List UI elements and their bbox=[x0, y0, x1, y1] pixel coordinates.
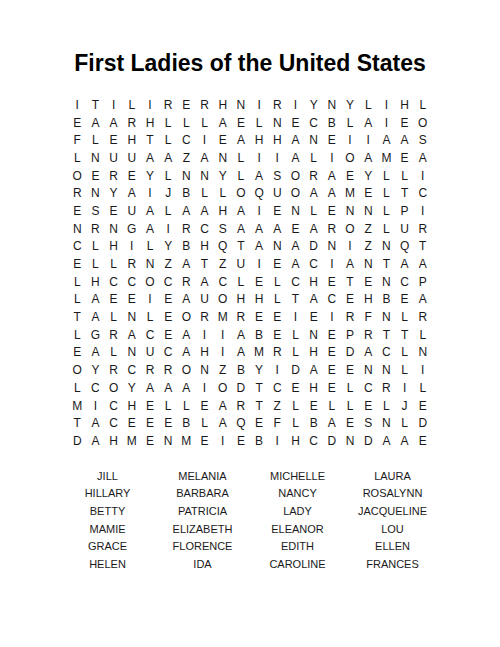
grid-cell-r13c4: N bbox=[123, 308, 141, 326]
grid-cell-r19c3: C bbox=[105, 414, 123, 432]
grid-cell-r14c17: R bbox=[359, 326, 377, 344]
grid-cell-r3c19: A bbox=[396, 131, 414, 149]
grid-cell-r5c6: L bbox=[159, 167, 177, 185]
grid-cell-r5c17: Y bbox=[359, 167, 377, 185]
grid-cell-r19c17: S bbox=[359, 414, 377, 432]
grid-cell-r12c17: H bbox=[359, 291, 377, 309]
grid-cell-r19c19: L bbox=[396, 414, 414, 432]
grid-cell-r15c1: E bbox=[68, 344, 86, 362]
grid-cell-r13c18: N bbox=[377, 308, 395, 326]
grid-cell-r11c14: H bbox=[305, 273, 323, 291]
grid-cell-r2c4: R bbox=[123, 114, 141, 132]
grid-cell-r11c3: C bbox=[105, 273, 123, 291]
grid-cell-r3c5: T bbox=[141, 131, 159, 149]
grid-cell-r7c14: L bbox=[305, 202, 323, 220]
grid-cell-r3c2: L bbox=[86, 131, 104, 149]
grid-cell-r12c8: U bbox=[195, 291, 213, 309]
grid-cell-r3c13: A bbox=[286, 131, 304, 149]
word-item-laura: LAURA bbox=[345, 467, 440, 485]
grid-cell-r6c17: E bbox=[359, 184, 377, 202]
grid-cell-r13c19: L bbox=[396, 308, 414, 326]
grid-cell-r17c9: O bbox=[214, 379, 232, 397]
grid-cell-r5c4: E bbox=[123, 167, 141, 185]
word-item-ida: IDA bbox=[155, 555, 250, 573]
grid-cell-r12c13: T bbox=[286, 291, 304, 309]
grid-cell-r13c2: A bbox=[86, 308, 104, 326]
grid-cell-r3c3: E bbox=[105, 131, 123, 149]
grid-cell-r8c8: C bbox=[195, 220, 213, 238]
grid-cell-r8c12: A bbox=[268, 220, 286, 238]
grid-cell-r20c14: C bbox=[305, 432, 323, 450]
grid-cell-r10c16: A bbox=[341, 255, 359, 273]
grid-cell-r10c12: E bbox=[268, 255, 286, 273]
grid-cell-r18c15: L bbox=[323, 397, 341, 415]
grid-cell-r20c19: A bbox=[396, 432, 414, 450]
grid-cell-r20c11: B bbox=[250, 432, 268, 450]
grid-cell-r3c17: I bbox=[359, 131, 377, 149]
grid-cell-r3c15: E bbox=[323, 131, 341, 149]
grid-cell-r5c18: L bbox=[377, 167, 395, 185]
grid-cell-r19c15: A bbox=[323, 414, 341, 432]
grid-cell-r9c3: H bbox=[105, 238, 123, 256]
word-item-lou: LOU bbox=[345, 520, 440, 538]
grid-cell-r19c11: E bbox=[250, 414, 268, 432]
grid-cell-r13c12: E bbox=[268, 308, 286, 326]
grid-cell-r11c10: L bbox=[232, 273, 250, 291]
grid-cell-r19c10: Q bbox=[232, 414, 250, 432]
grid-cell-r8c17: Z bbox=[359, 220, 377, 238]
grid-cell-r15c15: E bbox=[323, 344, 341, 362]
grid-cell-r4c4: U bbox=[123, 149, 141, 167]
grid-cell-r10c11: I bbox=[250, 255, 268, 273]
grid-cell-r14c12: E bbox=[268, 326, 286, 344]
grid-cell-r16c7: O bbox=[177, 361, 195, 379]
grid-cell-r9c6: Y bbox=[159, 238, 177, 256]
grid-cell-r19c1: T bbox=[68, 414, 86, 432]
word-item-barbara: BARBARA bbox=[155, 485, 250, 503]
grid-cell-r1c7: E bbox=[177, 96, 195, 114]
grid-cell-r17c2: C bbox=[86, 379, 104, 397]
grid-cell-r5c8: N bbox=[195, 167, 213, 185]
grid-cell-r7c6: L bbox=[159, 202, 177, 220]
grid-cell-r4c11: I bbox=[250, 149, 268, 167]
grid-cell-r15c11: M bbox=[250, 344, 268, 362]
grid-cell-r12c6: E bbox=[159, 291, 177, 309]
grid-cell-r10c17: N bbox=[359, 255, 377, 273]
grid-cell-r18c20: E bbox=[414, 397, 432, 415]
grid-cell-r14c6: E bbox=[159, 326, 177, 344]
grid-cell-r9c16: I bbox=[341, 238, 359, 256]
grid-cell-r14c8: I bbox=[195, 326, 213, 344]
grid-cell-r1c2: T bbox=[86, 96, 104, 114]
grid-cell-r16c17: N bbox=[359, 361, 377, 379]
grid-cell-r8c2: R bbox=[86, 220, 104, 238]
grid-cell-r9c11: A bbox=[250, 238, 268, 256]
grid-cell-r19c18: N bbox=[377, 414, 395, 432]
grid-cell-r3c6: L bbox=[159, 131, 177, 149]
grid-cell-r12c12: L bbox=[268, 291, 286, 309]
grid-cell-r5c5: Y bbox=[141, 167, 159, 185]
grid-cell-r7c9: H bbox=[214, 202, 232, 220]
grid-cell-r6c2: N bbox=[86, 184, 104, 202]
grid-cell-r18c10: R bbox=[232, 397, 250, 415]
grid-cell-r13c8: R bbox=[195, 308, 213, 326]
grid-cell-r9c19: Q bbox=[396, 238, 414, 256]
grid-cell-r15c6: C bbox=[159, 344, 177, 362]
grid-cell-r8c7: R bbox=[177, 220, 195, 238]
grid-cell-r5c10: L bbox=[232, 167, 250, 185]
grid-cell-r7c7: A bbox=[177, 202, 195, 220]
grid-cell-r15c10: A bbox=[232, 344, 250, 362]
grid-cell-r11c9: C bbox=[214, 273, 232, 291]
grid-cell-r9c15: N bbox=[323, 238, 341, 256]
word-item-jacqueline: JACQUELINE bbox=[345, 502, 440, 520]
grid-cell-r4c13: A bbox=[286, 149, 304, 167]
grid-cell-r8c5: A bbox=[141, 220, 159, 238]
grid-cell-r7c13: N bbox=[286, 202, 304, 220]
grid-cell-r19c20: D bbox=[414, 414, 432, 432]
grid-cell-r20c13: H bbox=[286, 432, 304, 450]
grid-cell-r16c12: I bbox=[268, 361, 286, 379]
grid-cell-r8c18: L bbox=[377, 220, 395, 238]
page-title: First Ladies of the United States bbox=[0, 50, 500, 77]
grid-cell-r7c20: I bbox=[414, 202, 432, 220]
grid-cell-r11c5: O bbox=[141, 273, 159, 291]
grid-cell-r12c3: E bbox=[105, 291, 123, 309]
grid-cell-r19c16: E bbox=[341, 414, 359, 432]
grid-cell-r10c15: I bbox=[323, 255, 341, 273]
grid-cell-r18c1: M bbox=[68, 397, 86, 415]
grid-cell-r14c2: G bbox=[86, 326, 104, 344]
grid-cell-r1c6: R bbox=[159, 96, 177, 114]
grid-cell-r3c7: C bbox=[177, 131, 195, 149]
grid-cell-r12c16: E bbox=[341, 291, 359, 309]
grid-cell-r11c11: E bbox=[250, 273, 268, 291]
word-item-caroline: CAROLINE bbox=[250, 555, 345, 573]
grid-cell-r17c4: Y bbox=[123, 379, 141, 397]
grid-cell-r17c14: H bbox=[305, 379, 323, 397]
grid-cell-r20c7: M bbox=[177, 432, 195, 450]
grid-cell-r11c7: R bbox=[177, 273, 195, 291]
grid-cell-r5c2: E bbox=[86, 167, 104, 185]
grid-cell-r10c9: Z bbox=[214, 255, 232, 273]
grid-cell-r18c14: E bbox=[305, 397, 323, 415]
grid-cell-r15c8: H bbox=[195, 344, 213, 362]
letter-grid: ITILIRERHNIRIYNYLIHLEAARHLLLAELNECBLAIEO… bbox=[68, 96, 432, 450]
word-item-ellen: ELLEN bbox=[345, 537, 440, 555]
grid-cell-r14c4: A bbox=[123, 326, 141, 344]
grid-cell-r16c19: L bbox=[396, 361, 414, 379]
grid-cell-r10c4: R bbox=[123, 255, 141, 273]
grid-cell-r8c13: E bbox=[286, 220, 304, 238]
grid-cell-r2c16: L bbox=[341, 114, 359, 132]
grid-cell-r20c10: E bbox=[232, 432, 250, 450]
grid-cell-r16c15: E bbox=[323, 361, 341, 379]
grid-cell-r11c12: L bbox=[268, 273, 286, 291]
grid-cell-r4c7: Z bbox=[177, 149, 195, 167]
grid-cell-r17c20: L bbox=[414, 379, 432, 397]
grid-cell-r18c6: L bbox=[159, 397, 177, 415]
grid-cell-r10c10: U bbox=[232, 255, 250, 273]
grid-cell-r15c5: U bbox=[141, 344, 159, 362]
grid-cell-r1c8: R bbox=[195, 96, 213, 114]
grid-cell-r9c14: D bbox=[305, 238, 323, 256]
grid-cell-r3c18: A bbox=[377, 131, 395, 149]
grid-cell-r10c18: T bbox=[377, 255, 395, 273]
grid-cell-r5c16: E bbox=[341, 167, 359, 185]
grid-cell-r15c7: A bbox=[177, 344, 195, 362]
grid-cell-r5c20: I bbox=[414, 167, 432, 185]
grid-cell-r15c9: I bbox=[214, 344, 232, 362]
grid-cell-r8c4: G bbox=[123, 220, 141, 238]
word-item-frances: FRANCES bbox=[345, 555, 440, 573]
grid-cell-r1c18: I bbox=[377, 96, 395, 114]
grid-cell-r20c20: E bbox=[414, 432, 432, 450]
grid-cell-r16c2: Y bbox=[86, 361, 104, 379]
grid-cell-r14c15: E bbox=[323, 326, 341, 344]
grid-cell-r16c16: E bbox=[341, 361, 359, 379]
grid-cell-r6c13: O bbox=[286, 184, 304, 202]
grid-cell-r8c14: A bbox=[305, 220, 323, 238]
grid-cell-r9c12: N bbox=[268, 238, 286, 256]
grid-cell-r20c18: A bbox=[377, 432, 395, 450]
grid-cell-r20c5: E bbox=[141, 432, 159, 450]
grid-cell-r1c13: I bbox=[286, 96, 304, 114]
grid-cell-r4c6: A bbox=[159, 149, 177, 167]
grid-cell-r7c1: E bbox=[68, 202, 86, 220]
grid-cell-r12c20: A bbox=[414, 291, 432, 309]
grid-cell-r3c20: S bbox=[414, 131, 432, 149]
grid-cell-r4c8: A bbox=[195, 149, 213, 167]
grid-cell-r2c17: A bbox=[359, 114, 377, 132]
grid-cell-r6c15: A bbox=[323, 184, 341, 202]
word-item-lady: LADY bbox=[250, 502, 345, 520]
grid-cell-r8c3: N bbox=[105, 220, 123, 238]
grid-cell-r10c14: C bbox=[305, 255, 323, 273]
grid-cell-r18c3: C bbox=[105, 397, 123, 415]
grid-cell-r12c10: H bbox=[232, 291, 250, 309]
grid-cell-r18c16: L bbox=[341, 397, 359, 415]
grid-cell-r17c18: R bbox=[377, 379, 395, 397]
grid-cell-r20c9: I bbox=[214, 432, 232, 450]
grid-cell-r13c9: M bbox=[214, 308, 232, 326]
grid-cell-r7c17: N bbox=[359, 202, 377, 220]
grid-cell-r1c12: R bbox=[268, 96, 286, 114]
grid-cell-r17c8: I bbox=[195, 379, 213, 397]
grid-cell-r14c20: L bbox=[414, 326, 432, 344]
grid-cell-r9c10: T bbox=[232, 238, 250, 256]
grid-cell-r17c5: A bbox=[141, 379, 159, 397]
grid-cell-r15c4: N bbox=[123, 344, 141, 362]
grid-cell-r9c2: L bbox=[86, 238, 104, 256]
grid-cell-r1c17: L bbox=[359, 96, 377, 114]
grid-cell-r2c12: N bbox=[268, 114, 286, 132]
grid-cell-r7c18: L bbox=[377, 202, 395, 220]
grid-cell-r17c19: I bbox=[396, 379, 414, 397]
grid-cell-r13c7: O bbox=[177, 308, 195, 326]
grid-cell-r5c9: Y bbox=[214, 167, 232, 185]
grid-cell-r19c7: B bbox=[177, 414, 195, 432]
grid-cell-r7c2: S bbox=[86, 202, 104, 220]
grid-cell-r2c10: E bbox=[232, 114, 250, 132]
grid-cell-r10c8: T bbox=[195, 255, 213, 273]
grid-cell-r16c14: A bbox=[305, 361, 323, 379]
grid-cell-r4c3: U bbox=[105, 149, 123, 167]
grid-cell-r15c12: R bbox=[268, 344, 286, 362]
grid-cell-r12c14: A bbox=[305, 291, 323, 309]
grid-cell-r18c13: L bbox=[286, 397, 304, 415]
grid-cell-r11c15: E bbox=[323, 273, 341, 291]
grid-cell-r14c10: A bbox=[232, 326, 250, 344]
grid-cell-r2c1: E bbox=[68, 114, 86, 132]
grid-cell-r13c16: R bbox=[341, 308, 359, 326]
grid-cell-r9c13: A bbox=[286, 238, 304, 256]
grid-cell-r10c5: N bbox=[141, 255, 159, 273]
grid-cell-r12c9: O bbox=[214, 291, 232, 309]
grid-cell-r7c15: E bbox=[323, 202, 341, 220]
grid-cell-r16c4: C bbox=[123, 361, 141, 379]
grid-cell-r4c15: I bbox=[323, 149, 341, 167]
grid-cell-r2c6: L bbox=[159, 114, 177, 132]
grid-cell-r17c17: C bbox=[359, 379, 377, 397]
grid-cell-r9c9: Q bbox=[214, 238, 232, 256]
grid-cell-r17c6: A bbox=[159, 379, 177, 397]
grid-cell-r2c7: L bbox=[177, 114, 195, 132]
grid-cell-r18c5: E bbox=[141, 397, 159, 415]
grid-cell-r8c16: O bbox=[341, 220, 359, 238]
grid-cell-r19c12: F bbox=[268, 414, 286, 432]
grid-cell-r1c20: L bbox=[414, 96, 432, 114]
grid-cell-r15c20: N bbox=[414, 344, 432, 362]
grid-cell-r12c11: H bbox=[250, 291, 268, 309]
grid-cell-r9c1: C bbox=[68, 238, 86, 256]
grid-cell-r12c1: L bbox=[68, 291, 86, 309]
grid-cell-r14c7: A bbox=[177, 326, 195, 344]
word-item-jill: JILL bbox=[60, 467, 155, 485]
grid-cell-r17c7: A bbox=[177, 379, 195, 397]
grid-cell-r17c16: L bbox=[341, 379, 359, 397]
grid-cell-r6c10: O bbox=[232, 184, 250, 202]
grid-cell-r10c6: Z bbox=[159, 255, 177, 273]
word-item-helen: HELEN bbox=[60, 555, 155, 573]
grid-cell-r18c2: I bbox=[86, 397, 104, 415]
grid-cell-r6c3: Y bbox=[105, 184, 123, 202]
grid-cell-r20c8: E bbox=[195, 432, 213, 450]
grid-cell-r17c11: T bbox=[250, 379, 268, 397]
grid-cell-r19c2: A bbox=[86, 414, 104, 432]
grid-cell-r10c1: E bbox=[68, 255, 86, 273]
grid-cell-r13c1: T bbox=[68, 308, 86, 326]
grid-cell-r11c8: A bbox=[195, 273, 213, 291]
grid-cell-r4c17: A bbox=[359, 149, 377, 167]
grid-cell-r7c5: A bbox=[141, 202, 159, 220]
grid-cell-r6c12: U bbox=[268, 184, 286, 202]
grid-cell-r8c1: N bbox=[68, 220, 86, 238]
grid-cell-r14c5: C bbox=[141, 326, 159, 344]
grid-cell-r7c12: E bbox=[268, 202, 286, 220]
grid-cell-r4c10: L bbox=[232, 149, 250, 167]
grid-cell-r16c9: Z bbox=[214, 361, 232, 379]
grid-cell-r6c4: A bbox=[123, 184, 141, 202]
grid-cell-r16c13: D bbox=[286, 361, 304, 379]
grid-cell-r1c14: Y bbox=[305, 96, 323, 114]
grid-cell-r4c18: M bbox=[377, 149, 395, 167]
grid-cell-r17c13: E bbox=[286, 379, 304, 397]
grid-cell-r13c10: R bbox=[232, 308, 250, 326]
grid-cell-r18c9: A bbox=[214, 397, 232, 415]
grid-cell-r8c9: S bbox=[214, 220, 232, 238]
grid-cell-r6c11: Q bbox=[250, 184, 268, 202]
word-item-betty: BETTY bbox=[60, 502, 155, 520]
grid-cell-r2c19: E bbox=[396, 114, 414, 132]
grid-cell-r2c2: A bbox=[86, 114, 104, 132]
grid-cell-r2c9: A bbox=[214, 114, 232, 132]
grid-cell-r2c5: H bbox=[141, 114, 159, 132]
grid-cell-r8c15: R bbox=[323, 220, 341, 238]
grid-cell-r9c5: L bbox=[141, 238, 159, 256]
grid-cell-r14c1: L bbox=[68, 326, 86, 344]
grid-cell-r2c15: B bbox=[323, 114, 341, 132]
grid-cell-r20c2: A bbox=[86, 432, 104, 450]
grid-cell-r18c11: T bbox=[250, 397, 268, 415]
grid-cell-r7c11: I bbox=[250, 202, 268, 220]
grid-cell-r10c20: A bbox=[414, 255, 432, 273]
grid-cell-r16c11: Y bbox=[250, 361, 268, 379]
grid-cell-r17c10: D bbox=[232, 379, 250, 397]
grid-cell-r20c6: N bbox=[159, 432, 177, 450]
grid-cell-r6c6: J bbox=[159, 184, 177, 202]
grid-cell-r20c15: D bbox=[323, 432, 341, 450]
grid-cell-r2c14: C bbox=[305, 114, 323, 132]
word-item-eleanor: ELEANOR bbox=[250, 520, 345, 538]
grid-cell-r3c1: F bbox=[68, 131, 86, 149]
grid-cell-r12c19: E bbox=[396, 291, 414, 309]
grid-cell-r9c18: N bbox=[377, 238, 395, 256]
grid-cell-r5c12: S bbox=[268, 167, 286, 185]
grid-cell-r1c5: I bbox=[141, 96, 159, 114]
grid-cell-r14c14: N bbox=[305, 326, 323, 344]
grid-cell-r7c3: E bbox=[105, 202, 123, 220]
grid-cell-r3c11: H bbox=[250, 131, 268, 149]
grid-cell-r8c20: R bbox=[414, 220, 432, 238]
grid-cell-r9c4: I bbox=[123, 238, 141, 256]
grid-cell-r15c17: A bbox=[359, 344, 377, 362]
grid-cell-r13c3: L bbox=[105, 308, 123, 326]
grid-cell-r2c20: O bbox=[414, 114, 432, 132]
grid-cell-r18c18: L bbox=[377, 397, 395, 415]
grid-cell-r19c4: E bbox=[123, 414, 141, 432]
grid-cell-r14c13: L bbox=[286, 326, 304, 344]
grid-cell-r13c20: R bbox=[414, 308, 432, 326]
grid-cell-r6c8: L bbox=[195, 184, 213, 202]
grid-cell-r6c20: C bbox=[414, 184, 432, 202]
grid-cell-r12c7: A bbox=[177, 291, 195, 309]
grid-cell-r12c18: B bbox=[377, 291, 395, 309]
grid-cell-r5c15: A bbox=[323, 167, 341, 185]
grid-cell-r11c16: T bbox=[341, 273, 359, 291]
grid-cell-r19c13: L bbox=[286, 414, 304, 432]
grid-cell-r3c9: E bbox=[214, 131, 232, 149]
grid-cell-r2c18: I bbox=[377, 114, 395, 132]
grid-cell-r5c11: A bbox=[250, 167, 268, 185]
grid-cell-r13c14: E bbox=[305, 308, 323, 326]
grid-cell-r10c2: L bbox=[86, 255, 104, 273]
grid-cell-r4c9: N bbox=[214, 149, 232, 167]
grid-cell-r18c7: L bbox=[177, 397, 195, 415]
grid-cell-r8c6: I bbox=[159, 220, 177, 238]
grid-cell-r4c12: I bbox=[268, 149, 286, 167]
grid-cell-r4c2: N bbox=[86, 149, 104, 167]
